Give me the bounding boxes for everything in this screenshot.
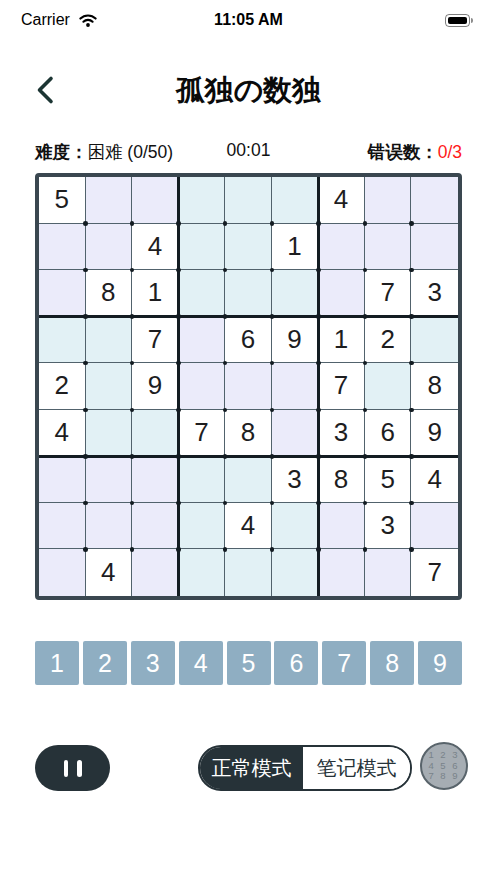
cell-r4c4[interactable] <box>225 363 272 410</box>
cell-r6c2[interactable] <box>132 456 179 503</box>
cell-r2c6[interactable] <box>318 270 365 317</box>
cell-r8c0[interactable] <box>39 549 86 596</box>
cell-r8c5[interactable] <box>272 549 319 596</box>
cell-r7c0[interactable] <box>39 503 86 550</box>
cell-r8c2[interactable] <box>132 549 179 596</box>
cell-r5c6[interactable]: 3 <box>318 410 365 457</box>
numkey-2[interactable]: 2 <box>83 641 127 685</box>
mode-normal-segment[interactable]: 正常模式 <box>200 747 303 789</box>
cell-r3c6[interactable]: 1 <box>318 317 365 364</box>
numkey-9[interactable]: 9 <box>418 641 462 685</box>
cell-r4c8[interactable]: 8 <box>411 363 458 410</box>
cell-r7c5[interactable] <box>272 503 319 550</box>
cell-r6c3[interactable] <box>179 456 226 503</box>
cell-r8c3[interactable] <box>179 549 226 596</box>
pause-icon <box>64 760 69 777</box>
cell-r6c4[interactable] <box>225 456 272 503</box>
cell-r2c8[interactable]: 3 <box>411 270 458 317</box>
numkey-1[interactable]: 1 <box>35 641 79 685</box>
cell-r5c3[interactable]: 7 <box>179 410 226 457</box>
numkey-7[interactable]: 7 <box>322 641 366 685</box>
cell-r7c2[interactable] <box>132 503 179 550</box>
cell-r4c7[interactable] <box>365 363 412 410</box>
cell-r2c4[interactable] <box>225 270 272 317</box>
cell-r0c8[interactable] <box>411 177 458 224</box>
errors-value: 0/3 <box>438 142 462 162</box>
cell-r7c7[interactable]: 3 <box>365 503 412 550</box>
cell-r0c1[interactable] <box>86 177 133 224</box>
cell-r1c6[interactable] <box>318 224 365 271</box>
cell-r3c3[interactable] <box>179 317 226 364</box>
cell-r0c0[interactable]: 5 <box>39 177 86 224</box>
numkey-4[interactable]: 4 <box>179 641 223 685</box>
numkey-3[interactable]: 3 <box>131 641 175 685</box>
cell-r5c2[interactable] <box>132 410 179 457</box>
note-grid-button[interactable]: 1 2 3 4 5 6 7 8 9 <box>420 742 468 790</box>
cell-r1c3[interactable] <box>179 224 226 271</box>
clock: 11:05 AM <box>0 11 497 29</box>
cell-r0c4[interactable] <box>225 177 272 224</box>
cell-r3c4[interactable]: 6 <box>225 317 272 364</box>
cell-r1c1[interactable] <box>86 224 133 271</box>
cell-r8c4[interactable] <box>225 549 272 596</box>
numkey-8[interactable]: 8 <box>370 641 414 685</box>
errors-label: 错误数： <box>368 142 438 162</box>
cell-r3c0[interactable] <box>39 317 86 364</box>
numkey-6[interactable]: 6 <box>274 641 318 685</box>
cell-r6c1[interactable] <box>86 456 133 503</box>
cell-r2c7[interactable]: 7 <box>365 270 412 317</box>
cell-r7c8[interactable] <box>411 503 458 550</box>
cell-r4c2[interactable]: 9 <box>132 363 179 410</box>
error-counter: 错误数：0/3 <box>368 140 462 164</box>
cell-r0c7[interactable] <box>365 177 412 224</box>
cell-r7c1[interactable] <box>86 503 133 550</box>
cell-r7c3[interactable] <box>179 503 226 550</box>
cell-r5c8[interactable]: 9 <box>411 410 458 457</box>
cell-r3c1[interactable] <box>86 317 133 364</box>
cell-r8c7[interactable] <box>365 549 412 596</box>
cell-r0c5[interactable] <box>272 177 319 224</box>
cell-r1c5[interactable]: 1 <box>272 224 319 271</box>
back-button[interactable] <box>28 72 62 110</box>
cell-r8c6[interactable] <box>318 549 365 596</box>
cell-r1c8[interactable] <box>411 224 458 271</box>
cell-r4c6[interactable]: 7 <box>318 363 365 410</box>
cell-r2c2[interactable]: 1 <box>132 270 179 317</box>
cell-r2c3[interactable] <box>179 270 226 317</box>
cell-r2c5[interactable] <box>272 270 319 317</box>
page-title: 孤独の数独 <box>60 71 437 111</box>
sudoku-board: 5441817376912297847836938544347 <box>35 173 462 600</box>
cell-r4c5[interactable] <box>272 363 319 410</box>
cell-r4c1[interactable] <box>86 363 133 410</box>
numkey-5[interactable]: 5 <box>227 641 271 685</box>
cell-r8c8[interactable]: 7 <box>411 549 458 596</box>
cell-r5c1[interactable] <box>86 410 133 457</box>
cell-r6c7[interactable]: 5 <box>365 456 412 503</box>
mode-note-segment[interactable]: 笔记模式 <box>303 747 410 789</box>
cell-r0c2[interactable] <box>132 177 179 224</box>
cell-r3c8[interactable] <box>411 317 458 364</box>
pause-button[interactable] <box>35 745 110 791</box>
cell-r4c0[interactable]: 2 <box>39 363 86 410</box>
cell-r0c3[interactable] <box>179 177 226 224</box>
cell-r1c2[interactable]: 4 <box>132 224 179 271</box>
cell-r1c0[interactable] <box>39 224 86 271</box>
cell-r3c7[interactable]: 2 <box>365 317 412 364</box>
cell-r1c7[interactable] <box>365 224 412 271</box>
cell-r1c4[interactable] <box>225 224 272 271</box>
cell-r0c6[interactable]: 4 <box>318 177 365 224</box>
note-grid-row3: 7 8 9 <box>428 771 459 782</box>
cell-r2c1[interactable]: 8 <box>86 270 133 317</box>
cell-r5c0[interactable]: 4 <box>39 410 86 457</box>
cell-r3c5[interactable]: 9 <box>272 317 319 364</box>
cell-r6c8[interactable]: 4 <box>411 456 458 503</box>
cell-r7c6[interactable] <box>318 503 365 550</box>
chevron-left-icon <box>34 75 56 108</box>
number-pad: 1 2 3 4 5 6 7 8 9 <box>35 641 462 685</box>
cell-r4c3[interactable] <box>179 363 226 410</box>
mode-toggle: 正常模式 笔记模式 <box>198 745 412 791</box>
cell-r6c6[interactable]: 8 <box>318 456 365 503</box>
cell-r5c5[interactable] <box>272 410 319 457</box>
cell-r3c2[interactable]: 7 <box>132 317 179 364</box>
cell-r2c0[interactable] <box>39 270 86 317</box>
cell-r6c5[interactable]: 3 <box>272 456 319 503</box>
cell-r7c4[interactable]: 4 <box>225 503 272 550</box>
battery-icon <box>445 14 470 27</box>
board-grid: 5441817376912297847836938544347 <box>39 177 458 596</box>
cell-r5c4[interactable]: 8 <box>225 410 272 457</box>
cell-r6c0[interactable] <box>39 456 86 503</box>
cell-r5c7[interactable]: 6 <box>365 410 412 457</box>
cell-r8c1[interactable]: 4 <box>86 549 133 596</box>
status-bar: Carrier 11:05 AM <box>0 0 497 44</box>
